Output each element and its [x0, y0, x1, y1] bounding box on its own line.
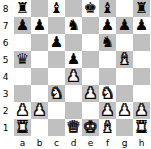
square-c7[interactable] [48, 17, 65, 34]
square-g3[interactable] [116, 85, 133, 102]
square-a2[interactable]: ♟ [14, 102, 31, 119]
square-b8[interactable] [31, 0, 48, 17]
black-pawn[interactable]: ♟ [101, 17, 114, 34]
square-e7[interactable] [82, 17, 99, 34]
square-d7[interactable]: ♞ [65, 17, 82, 34]
square-d5[interactable]: ♟ [65, 51, 82, 68]
square-e3[interactable]: ♟ [82, 85, 99, 102]
square-h4[interactable] [133, 68, 150, 85]
black-pawn[interactable]: ♟ [67, 51, 80, 68]
square-h5[interactable] [133, 51, 150, 68]
square-f5[interactable] [99, 51, 116, 68]
square-c6[interactable]: ♟ [48, 34, 65, 51]
square-e4[interactable] [82, 68, 99, 85]
square-g7[interactable]: ♟ [116, 17, 133, 34]
white-pawn[interactable]: ♟ [33, 102, 46, 119]
square-g4[interactable] [116, 68, 133, 85]
square-g6[interactable] [116, 34, 133, 51]
square-f6[interactable]: ♞ [99, 34, 116, 51]
black-pawn[interactable]: ♟ [16, 17, 29, 34]
file-label-c: c [48, 136, 65, 149]
black-pawn[interactable]: ♟ [50, 34, 63, 51]
square-g5[interactable]: ♝ [116, 51, 133, 68]
square-g2[interactable]: ♟ [116, 102, 133, 119]
black-king[interactable]: ♚ [84, 0, 97, 17]
white-pawn[interactable]: ♟ [67, 68, 80, 85]
square-e5[interactable] [82, 51, 99, 68]
black-pawn[interactable]: ♟ [33, 17, 46, 34]
square-c5[interactable] [48, 51, 65, 68]
square-a4[interactable] [14, 68, 31, 85]
white-rook[interactable]: ♜ [135, 119, 148, 136]
square-a6[interactable] [14, 34, 31, 51]
white-pawn[interactable]: ♟ [135, 102, 148, 119]
square-b3[interactable] [31, 85, 48, 102]
file-label-a: a [14, 136, 31, 149]
square-a3[interactable] [14, 85, 31, 102]
square-c2[interactable] [48, 102, 65, 119]
black-pawn[interactable]: ♟ [118, 17, 131, 34]
white-pawn[interactable]: ♟ [101, 102, 114, 119]
square-f7[interactable]: ♟ [99, 17, 116, 34]
square-d8[interactable] [65, 0, 82, 17]
chess-board: 8♜♝♚♝♜7♟♟♞♟♟♟6♟♞5♛♟♝4♟3♞♟♞2♟♟♟♟♟1♜♛♚♝♜ab… [0, 0, 150, 149]
white-knight[interactable]: ♞ [50, 85, 63, 102]
rank-label-4: 4 [0, 68, 14, 85]
square-h3[interactable] [133, 85, 150, 102]
black-pawn[interactable]: ♟ [135, 17, 148, 34]
black-bishop[interactable]: ♝ [101, 0, 114, 17]
square-b4[interactable] [31, 68, 48, 85]
square-c8[interactable]: ♝ [48, 0, 65, 17]
square-h8[interactable]: ♜ [133, 0, 150, 17]
square-h1[interactable]: ♜ [133, 119, 150, 136]
white-knight[interactable]: ♞ [101, 85, 114, 102]
file-label-g: g [116, 136, 133, 149]
file-label-b: b [31, 136, 48, 149]
black-knight[interactable]: ♞ [67, 17, 80, 34]
file-label-f: f [99, 136, 116, 149]
file-label-h: h [133, 136, 150, 149]
square-d3[interactable] [65, 85, 82, 102]
square-h7[interactable]: ♟ [133, 17, 150, 34]
square-b2[interactable]: ♟ [31, 102, 48, 119]
square-b7[interactable]: ♟ [31, 17, 48, 34]
white-queen[interactable]: ♛ [67, 119, 80, 136]
square-a8[interactable]: ♜ [14, 0, 31, 17]
square-h2[interactable]: ♟ [133, 102, 150, 119]
square-g1[interactable] [116, 119, 133, 136]
square-f2[interactable]: ♟ [99, 102, 116, 119]
square-b1[interactable] [31, 119, 48, 136]
board-corner-spacer [0, 136, 14, 149]
black-queen[interactable]: ♛ [16, 51, 29, 68]
white-bishop[interactable]: ♝ [101, 119, 114, 136]
black-rook[interactable]: ♜ [135, 0, 148, 17]
square-f4[interactable] [99, 68, 116, 85]
white-pawn[interactable]: ♟ [118, 102, 131, 119]
white-pawn[interactable]: ♟ [84, 85, 97, 102]
white-pawn[interactable]: ♟ [16, 102, 29, 119]
square-b5[interactable] [31, 51, 48, 68]
square-a5[interactable]: ♛ [14, 51, 31, 68]
square-e1[interactable]: ♚ [82, 119, 99, 136]
black-knight[interactable]: ♞ [101, 34, 114, 51]
rank-label-6: 6 [0, 34, 14, 51]
black-rook[interactable]: ♜ [16, 0, 29, 17]
white-bishop[interactable]: ♝ [118, 51, 131, 68]
square-e8[interactable]: ♚ [82, 0, 99, 17]
square-c1[interactable] [48, 119, 65, 136]
square-d1[interactable]: ♛ [65, 119, 82, 136]
white-rook[interactable]: ♜ [16, 119, 29, 136]
square-f8[interactable]: ♝ [99, 0, 116, 17]
square-a1[interactable]: ♜ [14, 119, 31, 136]
file-label-d: d [65, 136, 82, 149]
rank-label-7: 7 [0, 17, 14, 34]
square-d2[interactable] [65, 102, 82, 119]
rank-label-5: 5 [0, 51, 14, 68]
rank-label-1: 1 [0, 119, 14, 136]
square-e2[interactable] [82, 102, 99, 119]
white-king[interactable]: ♚ [84, 119, 97, 136]
square-e6[interactable] [82, 34, 99, 51]
square-c4[interactable] [48, 68, 65, 85]
square-a7[interactable]: ♟ [14, 17, 31, 34]
square-d6[interactable] [65, 34, 82, 51]
file-label-e: e [82, 136, 99, 149]
square-f3[interactable]: ♞ [99, 85, 116, 102]
black-bishop[interactable]: ♝ [50, 0, 63, 17]
square-c3[interactable]: ♞ [48, 85, 65, 102]
square-d4[interactable]: ♟ [65, 68, 82, 85]
square-b6[interactable] [31, 34, 48, 51]
square-g8[interactable] [116, 0, 133, 17]
rank-label-2: 2 [0, 102, 14, 119]
square-f1[interactable]: ♝ [99, 119, 116, 136]
rank-label-8: 8 [0, 0, 14, 17]
square-h6[interactable] [133, 34, 150, 51]
rank-label-3: 3 [0, 85, 14, 102]
